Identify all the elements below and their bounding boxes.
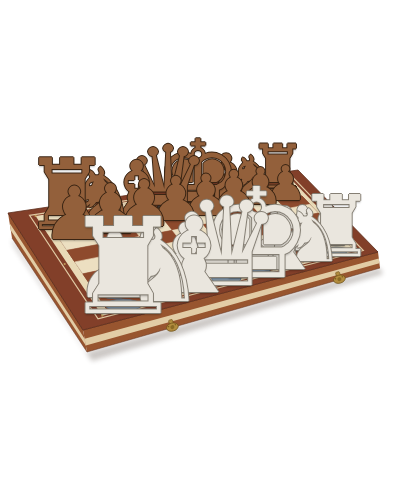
piece-base	[224, 203, 245, 210]
piece-base	[143, 290, 177, 301]
piece-base	[251, 198, 270, 204]
piece-base	[243, 190, 262, 196]
piece-base	[195, 208, 217, 215]
piece-base	[132, 218, 157, 226]
piece-base	[299, 253, 323, 261]
brass-pin	[323, 211, 325, 213]
brass-pin	[247, 278, 249, 280]
piece-base	[234, 256, 261, 265]
piece-base	[179, 282, 210, 292]
piece-base	[164, 213, 187, 221]
brass-pin	[64, 263, 66, 265]
piece-base	[97, 287, 132, 299]
piece-base	[316, 238, 338, 245]
piece-base	[90, 214, 115, 222]
piece-base	[135, 279, 167, 290]
piece-base	[170, 271, 200, 281]
piece-base	[54, 220, 81, 229]
chess-set-photo: ♜♞♟♝♟♚♟♛♟♝♟♞♟♜♟♟♟♟♜♟♞♟♝♟♚♟♛♟♝♟♞♜	[0, 0, 400, 498]
piece-base	[188, 198, 209, 205]
brass-pin	[358, 249, 360, 251]
brass-pin	[288, 176, 290, 178]
piece-base	[203, 263, 231, 272]
piece-base	[216, 194, 236, 201]
piece-base	[97, 224, 123, 233]
piece-base	[276, 194, 294, 200]
piece-base	[157, 203, 179, 210]
brass-pin	[101, 315, 103, 317]
brass-pin	[35, 215, 37, 217]
brass-pin	[176, 192, 178, 194]
piece-base	[263, 250, 288, 258]
piece-base	[105, 299, 141, 311]
piece-base	[269, 186, 287, 192]
piece-base	[212, 274, 241, 284]
piece-base	[125, 208, 148, 216]
chess-board	[0, 0, 400, 498]
piece-base	[60, 230, 88, 239]
piece-base	[272, 260, 298, 269]
piece-base	[243, 267, 271, 276]
piece-base	[325, 247, 348, 255]
piece-base	[291, 244, 315, 252]
